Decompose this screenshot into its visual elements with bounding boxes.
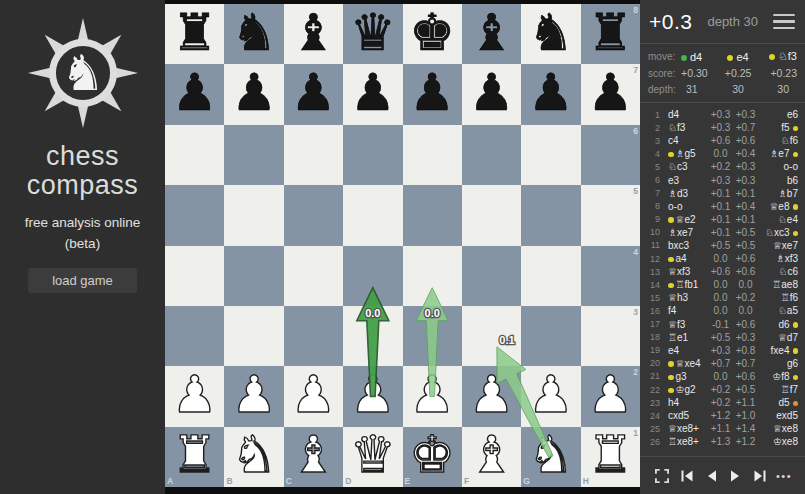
yellow-dot-icon [793,322,799,328]
black-eval: +1.0 [733,410,758,421]
white-eval: +0.1 [708,214,733,225]
black-eval: +0.6 [733,371,758,382]
file-label-A: A [167,477,173,486]
black-eval: +0.3 [733,332,758,343]
white-rook-a1[interactable]: ♜ [172,429,218,480]
square-e3[interactable] [403,306,462,366]
playback-controls: ••• [640,456,805,494]
beta-label: (beta) [65,236,100,251]
score-row-label: score: [648,68,681,79]
white-move[interactable]: f4 [660,305,708,316]
move-number: 16 [646,306,660,316]
white-pawn-e2[interactable]: ♟ [409,369,455,420]
square-h5[interactable]: 5 [581,185,640,245]
square-d6[interactable] [343,125,402,185]
tagline: free analysis online [25,215,141,230]
black-pawn-h7[interactable]: ♟ [587,67,633,118]
black-move[interactable]: ♕xe8 [758,423,798,434]
square-e4[interactable] [403,246,462,306]
move-row-label: move: [648,51,681,62]
black-eval: +0.6 [733,135,758,146]
square-f4[interactable] [462,246,521,306]
first-move-icon[interactable] [679,468,695,484]
square-d1[interactable]: ♛D [343,427,402,487]
white-move[interactable]: ♖xe8+ [660,436,708,447]
black-move[interactable]: ♕xe7 [758,240,798,251]
black-move[interactable]: f5 [758,122,798,133]
square-f5[interactable] [462,185,521,245]
square-g6[interactable] [521,125,580,185]
white-move[interactable]: e3 [660,175,708,186]
black-eval: +0.5 [733,384,758,395]
rank-label-2: 2 [633,368,638,377]
square-e7[interactable]: ♟ [403,64,462,124]
white-pawn-g2[interactable]: ♟ [528,369,574,420]
square-a1[interactable]: ♜A [165,427,224,487]
black-move[interactable]: ♕e8 [758,201,798,212]
black-move[interactable]: g6 [758,358,798,369]
white-queen-d1[interactable]: ♛ [350,429,396,480]
move-number: 15 [646,293,660,303]
square-a7[interactable]: ♟ [165,64,224,124]
move-number: 26 [646,437,660,447]
yellow-dot-icon [793,348,799,354]
white-pawn-c2[interactable]: ♟ [291,369,337,420]
move-number: 1 [646,110,660,120]
yellow-dot-icon [668,152,674,158]
black-eval: +0.6 [733,319,758,330]
white-knight-g1[interactable]: ♞ [528,429,574,480]
square-c2[interactable]: ♟ [284,366,343,426]
move-row-22[interactable]: 22♔g2+0.2+0.5♖f7 [646,383,798,396]
move-number: 20 [646,358,660,368]
engine-line-1-depth: 31 [681,83,720,95]
white-pawn-b2[interactable]: ♟ [231,369,277,420]
square-b8[interactable]: ♞ [224,4,283,64]
move-row-19[interactable]: 19e4+0.3+0.8fxe4 [646,344,798,357]
white-rook-h1[interactable]: ♜ [587,429,633,480]
move-row-5[interactable]: 5♘c3+0.2+0.3o-o [646,160,798,173]
depth-label: depth 30 [692,14,773,29]
rank-label-4: 4 [633,248,638,257]
move-number: 22 [646,385,660,395]
file-label-H: H [583,477,589,486]
move-list: 1d4+0.3+0.3e62♘f3+0.3+0.7f53c4+0.6+0.6♘f… [640,103,805,448]
brand-line2: compass [27,171,139,200]
white-eval: +0.2 [708,384,733,395]
square-d3[interactable] [343,306,402,366]
move-row-20[interactable]: 20♕xe4+0.7+0.7g6 [646,357,798,370]
black-move[interactable]: d6 [758,319,798,330]
move-row-23[interactable]: 23h4+0.2+1.1d5 [646,396,798,409]
move-row-7[interactable]: 7♗d3+0.1+0.1♗b7 [646,187,798,200]
black-eval: +1.4 [733,423,758,434]
move-row-11[interactable]: 11bxc3+0.5+0.5♕xe7 [646,239,798,252]
file-label-F: F [464,477,469,486]
black-knight-b8[interactable]: ♞ [231,7,277,58]
square-a4[interactable] [165,246,224,306]
black-move[interactable]: d5 [758,397,798,408]
square-b5[interactable] [224,185,283,245]
white-eval: 0.0 [708,148,733,159]
square-f6[interactable] [462,125,521,185]
move-row-3[interactable]: 3c4+0.6+0.6♘f6 [646,134,798,147]
file-label-B: B [226,477,232,486]
square-b2[interactable]: ♟ [224,366,283,426]
white-move[interactable]: ♖fb1 [660,279,708,290]
black-eval: +0.7 [733,358,758,369]
black-move[interactable]: ♘a5 [758,305,798,316]
white-eval: 0.0 [708,253,733,264]
white-move[interactable]: a4 [660,253,708,264]
white-eval: +1.1 [708,423,733,434]
yellow-dot-icon [668,361,674,367]
square-c3[interactable] [284,306,343,366]
black-pawn-f7[interactable]: ♟ [469,67,515,118]
square-h2[interactable]: ♟2 [581,366,640,426]
black-pawn-e7[interactable]: ♟ [409,67,455,118]
rank-label-1: 1 [633,429,638,438]
white-eval: 0.0 [708,371,733,382]
move-row-14[interactable]: 14♖fb10.00.0♖ae8 [646,278,798,291]
yellow-dot-icon [727,55,733,61]
move-row-16[interactable]: 16f40.00.0♘a5 [646,304,798,317]
file-label-G: G [523,477,530,486]
yellow-dot-icon [668,217,674,223]
black-move[interactable]: ♘c6 [758,266,798,277]
black-move[interactable]: ♔f8 [758,371,798,382]
move-row-21[interactable]: 21g30.0+0.6♔f8 [646,370,798,383]
move-number: 18 [646,332,660,342]
square-c4[interactable] [284,246,343,306]
white-eval: +0.1 [708,201,733,212]
square-e2[interactable]: ♟ [403,366,462,426]
white-move[interactable]: cxd5 [660,410,708,421]
white-pawn-h2[interactable]: ♟ [587,369,633,420]
square-b4[interactable] [224,246,283,306]
engine-line-3-move[interactable]: ♘f3 [756,50,797,63]
rank-label-6: 6 [633,127,638,136]
move-row-17[interactable]: 17♕f3-0.1+0.6d6 [646,318,798,331]
square-e6[interactable] [403,125,462,185]
white-pawn-d2[interactable]: ♟ [350,369,396,420]
black-move[interactable]: b6 [758,175,798,186]
move-number: 2 [646,123,660,133]
square-b3[interactable] [224,306,283,366]
white-eval: -0.1 [708,319,733,330]
engine-line-1-score: +0.30 [681,67,720,79]
black-eval: +0.7 [733,122,758,133]
square-g1[interactable]: ♞G [521,427,580,487]
yellow-dot-icon [668,283,674,289]
last-move-icon[interactable] [752,468,768,484]
square-c8[interactable]: ♝ [284,4,343,64]
white-pawn-a2[interactable]: ♟ [172,369,218,420]
square-d5[interactable] [343,185,402,245]
move-row-12[interactable]: 12a40.0+0.6♗xf3 [646,252,798,265]
move-number: 11 [646,240,660,250]
square-g8[interactable]: ♞ [521,4,580,64]
move-row-10[interactable]: 10♗xe7+0.1+0.5♘xc3 [646,226,798,239]
brand-line1: chess [27,142,139,171]
black-move[interactable]: ♖f7 [758,384,798,395]
black-knight-g8[interactable]: ♞ [528,7,574,58]
move-number: 9 [646,214,660,224]
square-f3[interactable] [462,306,521,366]
square-f1[interactable]: ♝F [462,427,521,487]
black-pawn-g7[interactable]: ♟ [528,67,574,118]
square-a6[interactable] [165,125,224,185]
move-number: 8 [646,201,660,211]
square-h4[interactable]: 4 [581,246,640,306]
rank-label-8: 8 [633,6,638,15]
black-eval: +0.2 [733,292,758,303]
best-moves-table: move: d4 e4 ♘f3 score: +0.30 +0.25 +0.23… [640,44,805,102]
black-bishop-c8[interactable]: ♝ [291,7,337,58]
white-eval: +1.3 [708,436,733,447]
brand-title: chess compass [27,142,139,199]
prev-move-icon[interactable] [704,468,719,484]
square-b7[interactable]: ♟ [224,64,283,124]
analysis-panel: +0.3 depth 30 move: d4 e4 ♘f3 score: +0.… [640,0,805,494]
black-move[interactable]: ♗e7 [758,148,798,159]
yellow-dot-icon [793,231,799,237]
move-number: 23 [646,398,660,408]
black-move[interactable]: ♖ae8 [758,279,798,290]
square-d2[interactable]: ♟ [343,366,402,426]
engine-line-2-score: +0.25 [720,67,757,79]
compass-knight-logo-icon: ♞ [24,14,142,136]
square-f2[interactable]: ♟ [462,366,521,426]
square-f8[interactable]: ♝ [462,4,521,64]
white-move[interactable]: ♗g5 [660,148,708,159]
yellow-dot-icon [793,375,799,381]
move-row-2[interactable]: 2♘f3+0.3+0.7f5 [646,121,798,134]
white-move[interactable]: ♕xe8+ [660,423,708,434]
white-eval: +0.3 [708,109,733,120]
move-number: 5 [646,162,660,172]
engine-line-3-score: +0.23 [756,67,797,79]
black-eval: +1.2 [733,436,758,447]
black-move[interactable]: ♗b7 [758,188,798,199]
white-move[interactable]: ♖e1 [660,332,708,343]
move-number: 17 [646,319,660,329]
square-f7[interactable]: ♟ [462,64,521,124]
black-eval: +0.4 [733,201,758,212]
yellow-dot-icon [668,257,674,263]
square-e8[interactable]: ♚ [403,4,462,64]
move-row-9[interactable]: 9♕e2+0.1+0.1♘e4 [646,213,798,226]
black-king-e8[interactable]: ♚ [409,7,455,58]
black-pawn-c7[interactable]: ♟ [291,67,337,118]
black-eval: +0.1 [733,188,758,199]
white-eval: 0.0 [708,292,733,303]
white-eval: 0.0 [708,279,733,290]
green-dot-icon [681,55,687,61]
white-eval: +0.3 [708,345,733,356]
move-number: 6 [646,175,660,185]
black-queen-d8[interactable]: ♛ [350,7,396,58]
square-a8[interactable]: ♜ [165,4,224,64]
engine-line-2-move[interactable]: e4 [720,51,757,63]
black-move[interactable]: ♘f6 [758,135,798,146]
black-pawn-a7[interactable]: ♟ [172,67,218,118]
square-c1[interactable]: ♝C [284,427,343,487]
engine-line-1-move[interactable]: d4 [681,51,720,63]
square-d4[interactable] [343,246,402,306]
file-label-C: C [286,477,292,486]
black-move[interactable]: exd5 [758,410,798,421]
square-e1[interactable]: ♚E [403,427,462,487]
white-move[interactable]: ♗d3 [660,188,708,199]
move-row-4[interactable]: 4♗g50.0+0.4♗e7 [646,147,798,160]
move-number: 24 [646,411,660,421]
white-eval: +0.3 [708,122,733,133]
move-row-25[interactable]: 25♕xe8++1.1+1.4♕xe8 [646,422,798,435]
square-d7[interactable]: ♟ [343,64,402,124]
white-knight-b1[interactable]: ♞ [231,429,277,480]
fullscreen-icon[interactable] [653,467,671,485]
chess-board: ♜♞♝♛♚♝♞♜8♟♟♟♟♟♟♟♟76543♟♟♟♟♟♟♟♟2♜A♞B♝C♛D♚… [165,4,640,487]
square-b1[interactable]: ♞B [224,427,283,487]
square-h6[interactable]: 6 [581,125,640,185]
square-g5[interactable] [521,185,580,245]
rank-label-5: 5 [633,187,638,196]
white-move[interactable]: ♕h3 [660,292,708,303]
move-row-18[interactable]: 18♖e1+0.5+0.3♕d7 [646,331,798,344]
black-rook-a8[interactable]: ♜ [172,7,218,58]
square-h8[interactable]: ♜8 [581,4,640,64]
white-eval: +0.1 [708,227,733,238]
white-move[interactable]: c4 [660,135,708,146]
white-bishop-f1[interactable]: ♝ [469,429,515,480]
move-row-6[interactable]: 6e3+0.3+0.3b6 [646,173,798,186]
move-number: 13 [646,267,660,277]
white-move[interactable]: ♘f3 [660,122,708,133]
move-row-13[interactable]: 13♕xf3+0.6+0.6♘c6 [646,265,798,278]
black-rook-h8[interactable]: ♜ [587,7,633,58]
rank-label-7: 7 [633,66,638,75]
white-move[interactable]: d4 [660,109,708,120]
move-number: 7 [646,188,660,198]
black-eval: 0.0 [733,305,758,316]
white-eval: +0.6 [708,135,733,146]
square-h1[interactable]: ♜H1 [581,427,640,487]
white-move[interactable]: ♕xf3 [660,266,708,277]
black-eval: +0.3 [733,175,758,186]
square-g2[interactable]: ♟ [521,366,580,426]
square-a3[interactable] [165,306,224,366]
white-eval: +0.1 [708,188,733,199]
square-b6[interactable] [224,125,283,185]
white-king-e1[interactable]: ♚ [409,429,455,480]
square-d8[interactable]: ♛ [343,4,402,64]
black-move[interactable]: ♖f6 [758,292,798,303]
black-eval: +0.3 [733,161,758,172]
square-g4[interactable] [521,246,580,306]
sidebar: ♞ chess compass free analysis online (be… [0,0,165,494]
square-g3[interactable] [521,306,580,366]
square-a2[interactable]: ♟ [165,366,224,426]
square-h7[interactable]: ♟7 [581,64,640,124]
black-eval: +0.3 [733,109,758,120]
evaluation-value: +0.3 [649,10,692,34]
white-move[interactable]: ♔g2 [660,384,708,395]
square-e5[interactable] [403,185,462,245]
white-move[interactable]: g3 [660,371,708,382]
black-move[interactable]: ♔xe8 [758,436,798,447]
move-number: 25 [646,424,660,434]
more-icon[interactable]: ••• [776,470,792,482]
white-eval: +0.2 [708,161,733,172]
menu-icon[interactable] [773,14,795,30]
black-eval: +1.1 [733,397,758,408]
move-number: 21 [646,371,660,381]
board-column: ♜♞♝♛♚♝♞♜8♟♟♟♟♟♟♟♟76543♟♟♟♟♟♟♟♟2♜A♞B♝C♛D♚… [165,0,640,494]
black-move[interactable]: ♕d7 [758,332,798,343]
black-bishop-f8[interactable]: ♝ [469,7,515,58]
white-bishop-c1[interactable]: ♝ [291,429,337,480]
load-game-button[interactable]: load game [28,268,137,293]
white-move[interactable]: ♕e2 [660,214,708,225]
square-a5[interactable] [165,185,224,245]
white-move[interactable]: ♘c3 [660,161,708,172]
move-number: 19 [646,345,660,355]
next-move-icon[interactable] [728,468,743,484]
engine-line-3-depth: 30 [756,83,797,95]
move-row-24[interactable]: 24cxd5+1.2+1.0exd5 [646,409,798,422]
black-eval: 0.0 [733,279,758,290]
white-eval: +0.7 [708,358,733,369]
engine-line-2-depth: 30 [720,83,757,95]
white-move[interactable]: ♕xe4 [660,358,708,369]
move-row-8[interactable]: 8o-o+0.1+0.4♕e8 [646,200,798,213]
white-move[interactable]: ♗xe7 [660,227,708,238]
white-move[interactable]: ♕f3 [660,319,708,330]
move-row-1[interactable]: 1d4+0.3+0.3e6 [646,108,798,121]
black-eval: +0.8 [733,345,758,356]
black-move[interactable]: ♗xf3 [758,253,798,264]
white-eval: +1.2 [708,410,733,421]
black-pawn-d7[interactable]: ♟ [350,67,396,118]
square-c6[interactable] [284,125,343,185]
black-pawn-b7[interactable]: ♟ [231,67,277,118]
white-move[interactable]: o-o [660,201,708,212]
black-move[interactable]: fxe4 [758,345,798,356]
file-label-E: E [405,477,411,486]
black-move[interactable]: ♘e4 [758,214,798,225]
white-pawn-f2[interactable]: ♟ [469,369,515,420]
black-move[interactable]: e6 [758,109,798,120]
white-move[interactable]: e4 [660,345,708,356]
white-eval: +0.5 [708,332,733,343]
move-row-26[interactable]: 26♖xe8++1.3+1.2♔xe8 [646,435,798,448]
white-move[interactable]: h4 [660,397,708,408]
yellow-dot-icon [668,375,674,381]
square-g7[interactable]: ♟ [521,64,580,124]
move-row-15[interactable]: 15♕h30.0+0.2♖f6 [646,291,798,304]
square-c7[interactable]: ♟ [284,64,343,124]
yellow-dot-icon [668,388,674,394]
white-eval: +0.3 [708,175,733,186]
orange-dot-icon [793,401,799,407]
black-move[interactable]: o-o [758,161,798,172]
white-move[interactable]: bxc3 [660,240,708,251]
square-c5[interactable] [284,185,343,245]
square-h3[interactable]: 3 [581,306,640,366]
black-move[interactable]: ♘xc3 [758,227,798,238]
chess-compass-app: ♞ chess compass free analysis online (be… [0,0,805,494]
